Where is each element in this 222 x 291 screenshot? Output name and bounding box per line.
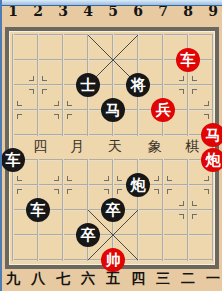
point-marker xyxy=(167,176,172,181)
piece-black-horse[interactable]: 马 xyxy=(101,98,125,122)
point-marker xyxy=(154,189,159,194)
point-marker xyxy=(67,189,72,194)
piece-red-soldier[interactable]: 兵 xyxy=(151,98,175,122)
piece-black-soldier-2[interactable]: 卒 xyxy=(76,223,100,247)
point-marker xyxy=(29,89,34,94)
piece-black-soldier[interactable]: 卒 xyxy=(101,198,125,222)
file-label-bottom: 一 xyxy=(204,270,222,286)
point-marker xyxy=(204,114,209,119)
river-text: 月 xyxy=(70,138,84,156)
grid-file-line xyxy=(187,159,189,261)
board: 四月天象棋车士将马兵马车炮炮车卒卒帅 xyxy=(0,0,222,291)
point-marker xyxy=(204,101,209,106)
point-marker xyxy=(179,214,184,219)
point-marker xyxy=(179,76,184,81)
file-label-bottom: 六 xyxy=(79,270,97,286)
point-marker xyxy=(42,76,47,81)
point-marker xyxy=(104,189,109,194)
point-marker xyxy=(192,214,197,219)
file-label-bottom: 八 xyxy=(29,270,47,286)
piece-red-general[interactable]: 帅 xyxy=(101,248,125,272)
grid-file-line xyxy=(62,159,64,261)
river-text: 四 xyxy=(33,138,47,156)
piece-black-general[interactable]: 将 xyxy=(126,73,150,97)
file-label-bottom: 四 xyxy=(129,270,147,286)
point-marker xyxy=(54,176,59,181)
point-marker xyxy=(204,189,209,194)
point-marker xyxy=(54,114,59,119)
piece-red-cannon[interactable]: 炮 xyxy=(201,148,222,172)
point-marker xyxy=(17,101,22,106)
file-label-bottom: 九 xyxy=(4,270,22,286)
point-marker xyxy=(179,89,184,94)
river-text: 象 xyxy=(148,138,162,156)
piece-black-advisor[interactable]: 士 xyxy=(76,73,100,97)
window-left-edge xyxy=(0,0,2,291)
point-marker xyxy=(67,101,72,106)
point-marker xyxy=(42,89,47,94)
point-marker xyxy=(179,201,184,206)
piece-red-horse[interactable]: 马 xyxy=(201,123,222,147)
grid-file-line xyxy=(62,34,64,136)
window-top-edge xyxy=(0,0,222,6)
file-label-bottom: 七 xyxy=(54,270,72,286)
point-marker xyxy=(17,189,22,194)
point-marker xyxy=(192,201,197,206)
point-marker xyxy=(54,189,59,194)
point-marker xyxy=(117,176,122,181)
point-marker xyxy=(192,76,197,81)
point-marker xyxy=(17,114,22,119)
point-marker xyxy=(67,176,72,181)
point-marker xyxy=(104,176,109,181)
point-marker xyxy=(54,101,59,106)
piece-black-chariot[interactable]: 车 xyxy=(1,148,25,172)
point-marker xyxy=(204,176,209,181)
point-marker xyxy=(167,189,172,194)
point-marker xyxy=(17,176,22,181)
grid-file-line xyxy=(162,159,164,261)
piece-red-chariot[interactable]: 车 xyxy=(176,48,200,72)
file-label-bottom: 三 xyxy=(154,270,172,286)
point-marker xyxy=(192,89,197,94)
point-marker xyxy=(117,189,122,194)
point-marker xyxy=(67,114,72,119)
file-label-bottom: 二 xyxy=(179,270,197,286)
river-text: 天 xyxy=(108,138,122,156)
file-label-bottom: 五 xyxy=(104,270,122,286)
piece-black-chariot-2[interactable]: 车 xyxy=(26,198,50,222)
piece-black-cannon[interactable]: 炮 xyxy=(126,173,150,197)
point-marker xyxy=(154,176,159,181)
river-text: 棋 xyxy=(185,138,199,156)
grid-file-line xyxy=(37,34,39,136)
point-marker xyxy=(29,76,34,81)
